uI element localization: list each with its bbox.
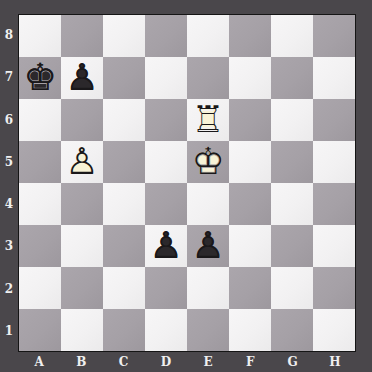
piece-glyph-fill: ♚ — [187, 140, 229, 182]
square-a4[interactable] — [19, 183, 61, 225]
piece-glyph-fill: ♟ — [61, 140, 103, 182]
piece-glyph-fill: ♟ — [187, 224, 229, 266]
piece-white-king[interactable]: ♚♔ — [187, 141, 229, 183]
square-e6[interactable]: ♜♖ — [187, 99, 229, 141]
square-b7[interactable]: ♟♙ — [61, 57, 103, 99]
square-d4[interactable] — [145, 183, 187, 225]
square-c8[interactable] — [103, 15, 145, 57]
piece-glyph-outline: ♙ — [187, 224, 229, 266]
file-label-a: A — [18, 352, 60, 372]
square-b1[interactable] — [61, 309, 103, 351]
square-f1[interactable] — [229, 309, 271, 351]
square-c2[interactable] — [103, 267, 145, 309]
piece-glyph-outline: ♖ — [187, 98, 229, 140]
file-labels: ABCDEFGH — [18, 352, 356, 372]
piece-glyph-outline: ♙ — [61, 56, 103, 98]
square-d1[interactable] — [145, 309, 187, 351]
piece-glyph-fill: ♟ — [145, 224, 187, 266]
file-label-h: H — [314, 352, 356, 372]
square-e8[interactable] — [187, 15, 229, 57]
piece-glyph-fill: ♜ — [187, 98, 229, 140]
rank-label-1: 1 — [0, 310, 18, 352]
square-c5[interactable] — [103, 141, 145, 183]
rank-label-5: 5 — [0, 141, 18, 183]
square-g7[interactable] — [271, 57, 313, 99]
piece-white-rook[interactable]: ♜♖ — [187, 99, 229, 141]
square-e3[interactable]: ♟♙ — [187, 225, 229, 267]
square-e5[interactable]: ♚♔ — [187, 141, 229, 183]
piece-black-pawn[interactable]: ♟♙ — [187, 225, 229, 267]
square-d8[interactable] — [145, 15, 187, 57]
square-h7[interactable] — [313, 57, 355, 99]
square-a6[interactable] — [19, 99, 61, 141]
square-h1[interactable] — [313, 309, 355, 351]
square-g6[interactable] — [271, 99, 313, 141]
piece-glyph-fill: ♟ — [61, 56, 103, 98]
rank-label-6: 6 — [0, 99, 18, 141]
file-label-b: B — [60, 352, 102, 372]
square-e2[interactable] — [187, 267, 229, 309]
square-f5[interactable] — [229, 141, 271, 183]
square-e4[interactable] — [187, 183, 229, 225]
piece-glyph-outline: ♙ — [145, 224, 187, 266]
square-h8[interactable] — [313, 15, 355, 57]
square-f6[interactable] — [229, 99, 271, 141]
square-b4[interactable] — [61, 183, 103, 225]
square-a1[interactable] — [19, 309, 61, 351]
piece-black-king[interactable]: ♚♔ — [19, 57, 61, 99]
square-g2[interactable] — [271, 267, 313, 309]
square-f8[interactable] — [229, 15, 271, 57]
square-d3[interactable]: ♟♙ — [145, 225, 187, 267]
file-label-f: F — [229, 352, 271, 372]
square-d7[interactable] — [145, 57, 187, 99]
file-label-g: G — [272, 352, 314, 372]
square-f4[interactable] — [229, 183, 271, 225]
square-b6[interactable] — [61, 99, 103, 141]
square-g1[interactable] — [271, 309, 313, 351]
square-f7[interactable] — [229, 57, 271, 99]
square-a5[interactable] — [19, 141, 61, 183]
square-c3[interactable] — [103, 225, 145, 267]
square-f2[interactable] — [229, 267, 271, 309]
chess-board: ♚♔♟♙♜♖♟♙♚♔♟♙♟♙ — [18, 14, 356, 352]
square-g5[interactable] — [271, 141, 313, 183]
piece-black-pawn[interactable]: ♟♙ — [61, 57, 103, 99]
file-label-d: D — [145, 352, 187, 372]
piece-white-pawn[interactable]: ♟♙ — [61, 141, 103, 183]
piece-glyph-outline: ♔ — [19, 56, 61, 98]
square-b8[interactable] — [61, 15, 103, 57]
square-g4[interactable] — [271, 183, 313, 225]
square-a7[interactable]: ♚♔ — [19, 57, 61, 99]
file-label-c: C — [103, 352, 145, 372]
rank-label-8: 8 — [0, 14, 18, 56]
piece-glyph-outline: ♙ — [61, 140, 103, 182]
square-a2[interactable] — [19, 267, 61, 309]
square-e1[interactable] — [187, 309, 229, 351]
square-c1[interactable] — [103, 309, 145, 351]
square-f3[interactable] — [229, 225, 271, 267]
square-g3[interactable] — [271, 225, 313, 267]
square-g8[interactable] — [271, 15, 313, 57]
square-c6[interactable] — [103, 99, 145, 141]
square-h3[interactable] — [313, 225, 355, 267]
square-d5[interactable] — [145, 141, 187, 183]
square-c4[interactable] — [103, 183, 145, 225]
square-h5[interactable] — [313, 141, 355, 183]
rank-label-7: 7 — [0, 56, 18, 98]
square-h2[interactable] — [313, 267, 355, 309]
rank-label-2: 2 — [0, 268, 18, 310]
square-h6[interactable] — [313, 99, 355, 141]
square-b5[interactable]: ♟♙ — [61, 141, 103, 183]
square-d2[interactable] — [145, 267, 187, 309]
chess-diagram: 87654321 ABCDEFGH ♚♔♟♙♜♖♟♙♚♔♟♙♟♙ — [0, 0, 372, 372]
rank-label-3: 3 — [0, 225, 18, 267]
square-d6[interactable] — [145, 99, 187, 141]
square-b3[interactable] — [61, 225, 103, 267]
piece-glyph-outline: ♔ — [187, 140, 229, 182]
piece-black-pawn[interactable]: ♟♙ — [145, 225, 187, 267]
square-c7[interactable] — [103, 57, 145, 99]
square-a3[interactable] — [19, 225, 61, 267]
file-label-e: E — [187, 352, 229, 372]
square-b2[interactable] — [61, 267, 103, 309]
rank-label-4: 4 — [0, 183, 18, 225]
square-e7[interactable] — [187, 57, 229, 99]
piece-glyph-fill: ♚ — [19, 56, 61, 98]
rank-labels: 87654321 — [0, 14, 18, 352]
square-h4[interactable] — [313, 183, 355, 225]
square-a8[interactable] — [19, 15, 61, 57]
